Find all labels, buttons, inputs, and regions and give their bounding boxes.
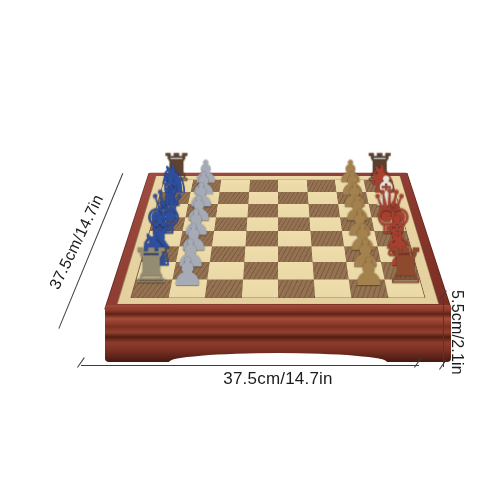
chess-board: ♜♟♟♜♞♟♟♞♝♟♟♝♛♟♟♛♚♟♟♚♝♟♟♝♞♟♟♞♜♟♟♜ xyxy=(104,173,452,310)
piece-left-rook: ♜ xyxy=(159,148,193,186)
width-dimension-label: 37.5cm/14.7in xyxy=(198,369,358,389)
piece-left-pawn: ♟ xyxy=(188,156,222,187)
piece-left-pawn: ♟ xyxy=(180,192,217,226)
piece-left-pawn: ♟ xyxy=(183,179,219,212)
piece-right-rook: ♜ xyxy=(363,148,397,186)
piece-right-pawn: ♟ xyxy=(335,167,370,199)
piece-left-pawn: ♟ xyxy=(170,235,211,272)
piece-right-pawn: ♟ xyxy=(337,179,373,212)
height-dimension-line xyxy=(443,297,444,367)
pieces-layer: ♜♟♟♜♞♟♟♞♝♟♟♝♛♟♟♛♚♟♟♚♝♟♟♝♞♟♟♞♜♟♟♜ xyxy=(130,180,425,298)
piece-left-pawn: ♟ xyxy=(177,205,215,240)
piece-left-pawn: ♟ xyxy=(166,252,208,291)
height-dimension-label: 5.5cm/2.1in xyxy=(448,290,466,402)
width-dimension-line xyxy=(81,365,419,366)
piece-left-pawn: ♟ xyxy=(173,220,213,256)
piece-right-pawn: ♟ xyxy=(341,205,379,240)
piece-right-pawn: ♟ xyxy=(339,192,376,226)
piece-right-pawn: ♟ xyxy=(345,235,386,272)
wooden-base xyxy=(105,305,451,362)
piece-right-pawn: ♟ xyxy=(348,252,390,291)
board-perspective-wrapper: ♜♟♟♜♞♟♟♞♝♟♟♝♛♟♟♛♚♟♟♚♝♟♟♝♞♟♟♞♜♟♟♜ xyxy=(104,156,452,310)
piece-right-pawn: ♟ xyxy=(343,220,383,256)
piece-left-pawn: ♟ xyxy=(186,167,221,199)
piece-right-pawn: ♟ xyxy=(334,156,368,187)
product-photo-scene: ♜♟♟♜♞♟♟♞♝♟♟♝♛♟♟♛♚♟♟♚♝♟♟♝♞♟♟♞♜♟♟♜ 37.5cm/… xyxy=(0,0,500,500)
